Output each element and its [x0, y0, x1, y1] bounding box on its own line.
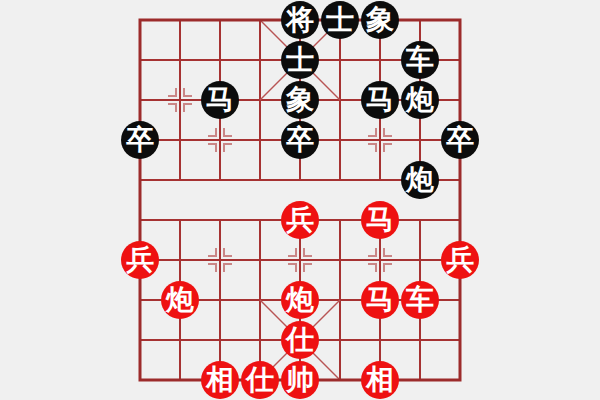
piece-red-advisor[interactable]: 仕	[281, 321, 319, 359]
piece-black-general[interactable]: 将	[281, 1, 319, 39]
piece-red-advisor[interactable]: 仕	[241, 361, 279, 399]
piece-black-soldier[interactable]: 卒	[121, 121, 159, 159]
piece-red-soldier[interactable]: 兵	[121, 241, 159, 279]
piece-black-elephant[interactable]: 象	[361, 1, 399, 39]
piece-red-chariot[interactable]: 车	[401, 281, 439, 319]
piece-black-soldier[interactable]: 卒	[441, 121, 479, 159]
piece-black-horse[interactable]: 马	[361, 81, 399, 119]
piece-red-elephant[interactable]: 相	[201, 361, 239, 399]
piece-black-advisor[interactable]: 士	[281, 41, 319, 79]
piece-red-cannon[interactable]: 炮	[161, 281, 199, 319]
piece-red-elephant[interactable]: 相	[361, 361, 399, 399]
piece-red-horse[interactable]: 马	[361, 281, 399, 319]
piece-red-general[interactable]: 帅	[281, 361, 319, 399]
piece-black-horse[interactable]: 马	[201, 81, 239, 119]
piece-black-elephant[interactable]: 象	[281, 81, 319, 119]
piece-red-soldier[interactable]: 兵	[441, 241, 479, 279]
piece-black-advisor[interactable]: 士	[321, 1, 359, 39]
piece-black-cannon[interactable]: 炮	[401, 161, 439, 199]
piece-black-chariot[interactable]: 车	[401, 41, 439, 79]
piece-red-cannon[interactable]: 炮	[281, 281, 319, 319]
piece-red-soldier[interactable]: 兵	[281, 201, 319, 239]
piece-black-cannon[interactable]: 炮	[401, 81, 439, 119]
piece-red-horse[interactable]: 马	[361, 201, 399, 239]
xiangqi-board[interactable]: 将士象士车马象马炮卒卒卒炮兵马兵兵炮炮马车仕相仕帅相	[0, 0, 600, 400]
piece-black-soldier[interactable]: 卒	[281, 121, 319, 159]
